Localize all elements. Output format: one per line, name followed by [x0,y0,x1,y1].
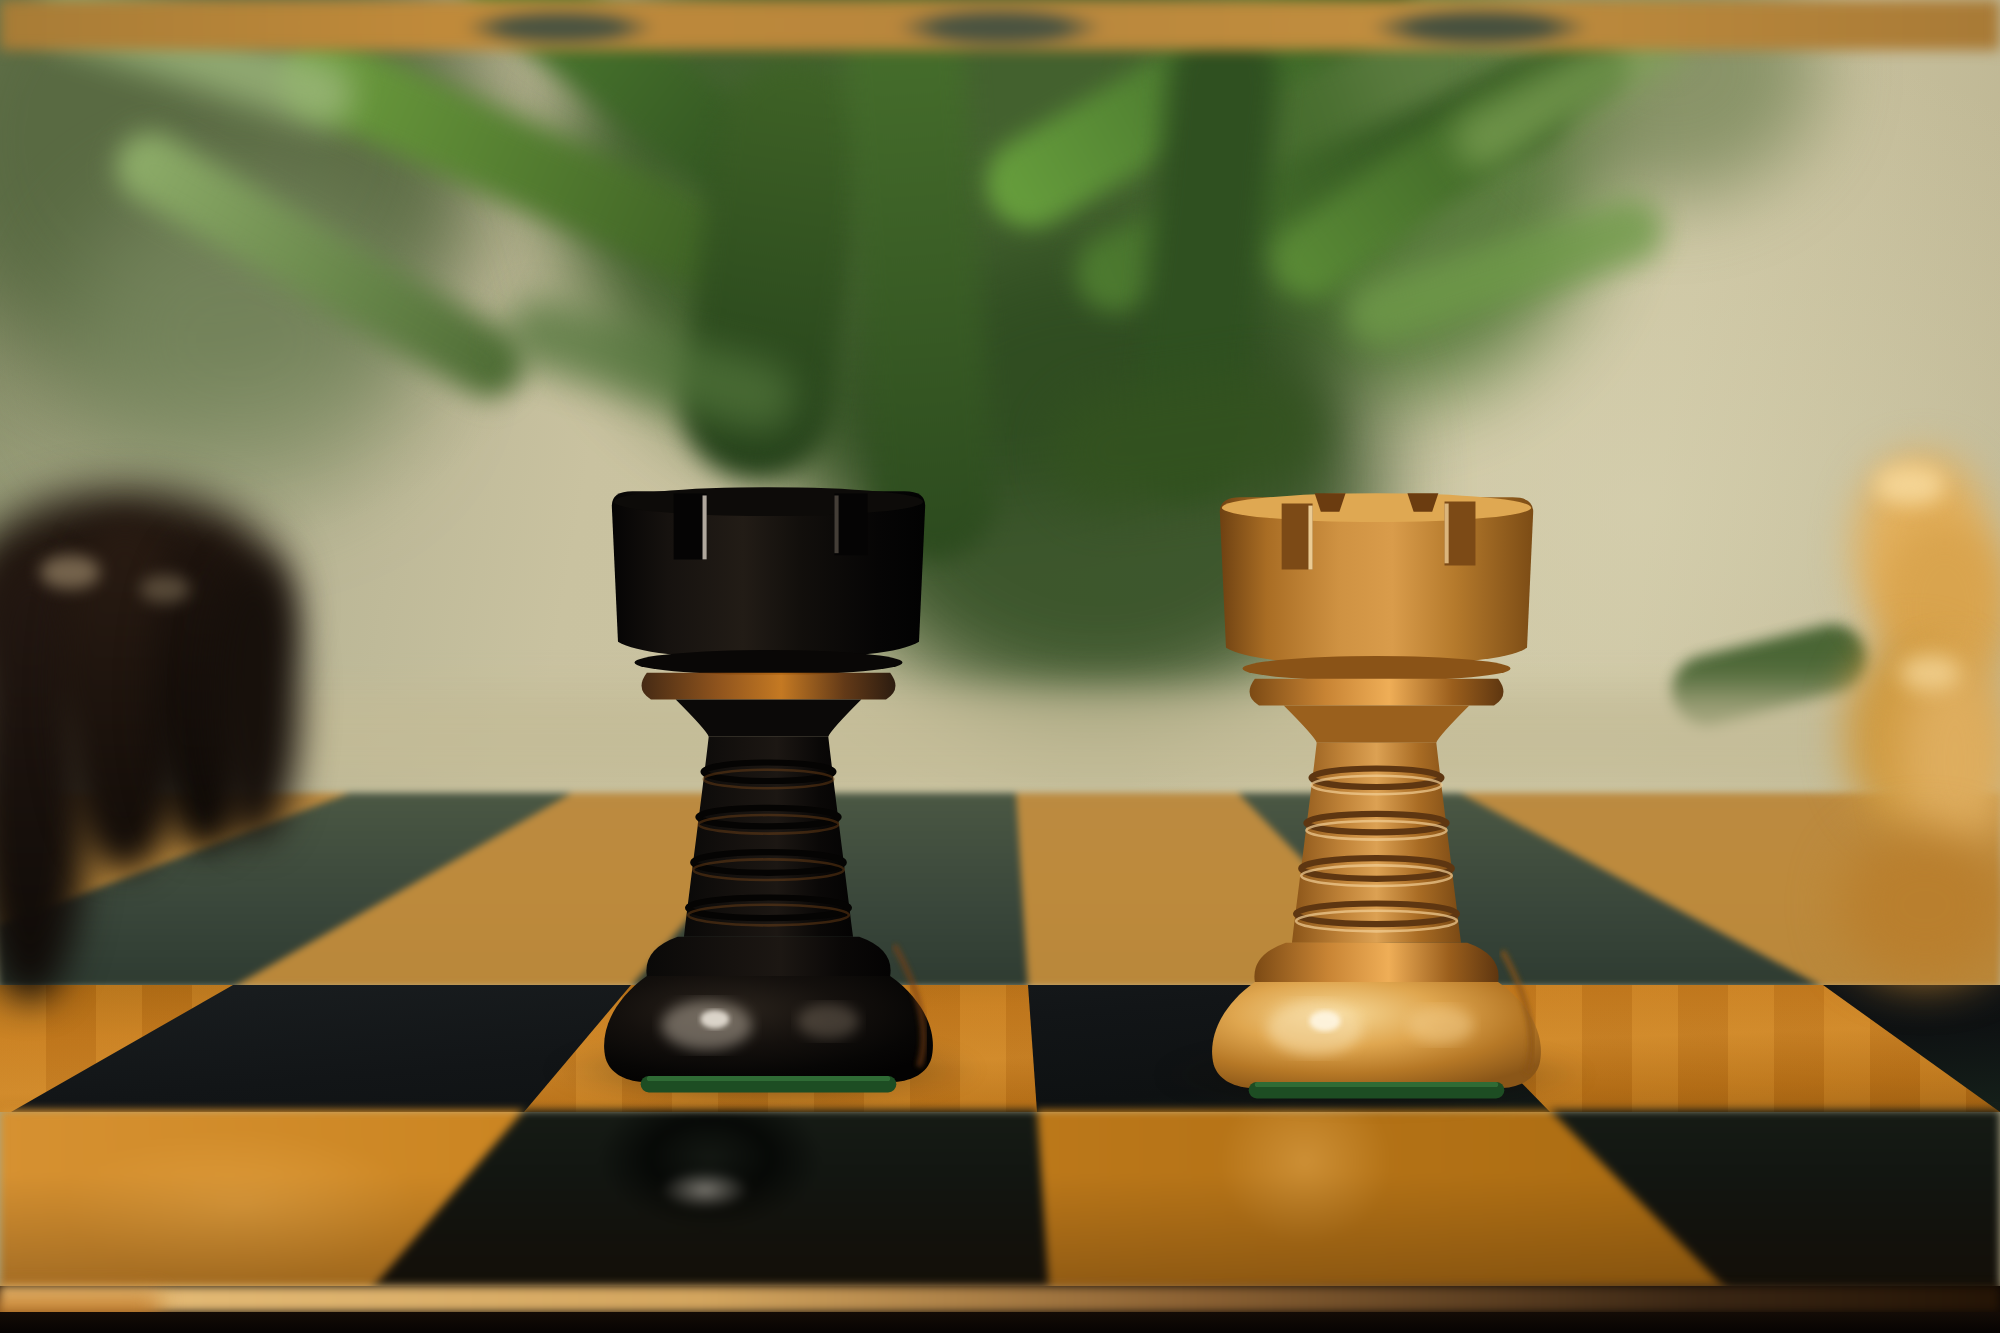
bulb-specular [700,1010,729,1029]
base-collar [1254,943,1498,982]
black-piece-glint [40,555,100,589]
crenellation-notch [674,493,707,559]
board-far-rows [0,0,2000,50]
notch-highlight [1445,504,1449,564]
white-piece-glint [1875,465,1945,505]
rook-base-bulb [1212,982,1541,1088]
white-piece-glint [1900,655,1960,691]
neck-collar-amber-reflection [642,673,896,700]
felt-pad-lip [647,1076,890,1081]
front-falloff-shade [0,1110,2000,1292]
far-dark-squares [0,0,2000,50]
photo-scene: ♜ [0,0,2000,1333]
black-rook-figure [552,460,985,1100]
neck-funnel [1284,706,1470,743]
bulb-specular [1407,1007,1473,1044]
black-piece-blur [210,560,300,840]
rook-head [1220,497,1533,664]
base-collar [646,937,890,976]
black-rook-piece[interactable]: ♜ [552,460,985,1100]
notch-highlight [1308,506,1312,570]
notch-highlight [834,495,838,553]
felt-pad-lip [1255,1082,1498,1087]
rook-head-top [1222,493,1531,522]
bulb-specular [1309,1011,1340,1032]
head-underside [1242,656,1510,681]
rook-base-bulb [604,976,933,1082]
front-rail-shadow [0,1312,2000,1333]
crenellation-notch [1282,504,1313,570]
head-underside [634,650,902,675]
neck-collar [1250,679,1504,706]
board-rank-behind [0,793,2000,987]
rook-head [612,491,925,658]
front-edge-highlight [0,1286,2000,1312]
bulb-specular [797,1004,859,1039]
white-piece-blur [1840,830,2000,980]
crenellation-notch [834,493,867,555]
crenellation-notch [1445,501,1476,565]
board-front-rank [0,1110,2000,1292]
board-front-edge [0,1286,2000,1333]
neck-funnel [676,700,862,737]
rook-head-top [614,487,923,516]
notch-highlight [703,495,707,559]
board-rank-of-rooks [0,985,2000,1112]
black-piece-glint [140,575,190,603]
white-rook-figure [1160,466,1593,1106]
dark-square-c5 [0,985,2000,1112]
wall-horizon-glow [0,690,2000,790]
white-rook-piece[interactable]: ♖ [1160,466,1593,1106]
